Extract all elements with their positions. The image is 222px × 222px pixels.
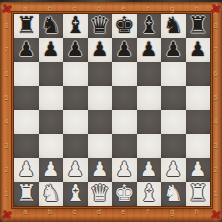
rank-label-8: 8 — [0, 13, 13, 37]
rank-label-1: 1 — [0, 181, 13, 205]
file-label-f: f — [136, 3, 161, 13]
file-labels-bottom: abcdefgh — [13, 206, 209, 218]
file-label-b: b — [38, 3, 63, 13]
square-f3[interactable] — [137, 134, 162, 158]
file-label-a: a — [13, 3, 38, 13]
rank-label-7: 7 — [0, 37, 13, 61]
piece-black-bishop[interactable]: ♝ — [65, 14, 86, 37]
square-a3[interactable] — [14, 134, 39, 158]
file-label-c: c — [62, 3, 87, 13]
square-h6[interactable] — [186, 62, 211, 86]
piece-black-pawn[interactable]: ♟ — [91, 39, 109, 59]
file-label-d: d — [87, 206, 112, 218]
square-b2[interactable]: ♟ — [39, 158, 64, 182]
square-e3[interactable] — [112, 134, 137, 158]
square-e7[interactable]: ♟ — [112, 38, 137, 62]
square-g3[interactable] — [161, 134, 186, 158]
rank-label-6: 6 — [209, 61, 222, 85]
rank-label-8: 8 — [209, 13, 222, 37]
piece-white-bishop[interactable]: ♝ — [138, 182, 159, 205]
square-d5[interactable] — [88, 86, 113, 110]
piece-white-pawn[interactable]: ♟ — [115, 159, 133, 179]
square-f6[interactable] — [137, 62, 162, 86]
file-label-h: h — [185, 3, 210, 13]
square-h7[interactable]: ♟ — [186, 38, 211, 62]
square-c5[interactable] — [63, 86, 88, 110]
square-g2[interactable]: ♟ — [161, 158, 186, 182]
file-label-g: g — [160, 3, 185, 13]
square-g1[interactable]: ♞ — [161, 182, 186, 206]
piece-black-rook[interactable]: ♜ — [16, 14, 37, 37]
piece-white-bishop[interactable]: ♝ — [65, 182, 86, 205]
square-h1[interactable]: ♜ — [186, 182, 211, 206]
square-b3[interactable] — [39, 134, 64, 158]
piece-white-rook[interactable]: ♜ — [187, 182, 208, 205]
square-g6[interactable] — [161, 62, 186, 86]
square-b8[interactable]: ♞ — [39, 14, 64, 38]
square-e6[interactable] — [112, 62, 137, 86]
file-label-e: e — [111, 206, 136, 218]
square-f7[interactable]: ♟ — [137, 38, 162, 62]
flower-ornament-icon — [3, 4, 7, 8]
square-g4[interactable] — [161, 110, 186, 134]
piece-white-knight[interactable]: ♞ — [40, 182, 61, 205]
square-h2[interactable]: ♟ — [186, 158, 211, 182]
file-label-h: h — [185, 206, 210, 218]
square-f2[interactable]: ♟ — [137, 158, 162, 182]
square-d1[interactable]: ♛ — [88, 182, 113, 206]
square-f8[interactable]: ♝ — [137, 14, 162, 38]
square-a7[interactable]: ♟ — [14, 38, 39, 62]
square-b7[interactable]: ♟ — [39, 38, 64, 62]
rank-label-6: 6 — [0, 61, 13, 85]
square-c4[interactable] — [63, 110, 88, 134]
square-b1[interactable]: ♞ — [39, 182, 64, 206]
rank-label-4: 4 — [0, 109, 13, 133]
piece-black-pawn[interactable]: ♟ — [164, 39, 182, 59]
piece-black-pawn[interactable]: ♟ — [17, 39, 35, 59]
piece-white-pawn[interactable]: ♟ — [140, 159, 158, 179]
square-f1[interactable]: ♝ — [137, 182, 162, 206]
file-label-f: f — [136, 206, 161, 218]
square-b6[interactable] — [39, 62, 64, 86]
square-a2[interactable]: ♟ — [14, 158, 39, 182]
flower-ornament-icon — [212, 210, 216, 214]
piece-white-pawn[interactable]: ♟ — [66, 159, 84, 179]
square-c3[interactable] — [63, 134, 88, 158]
rank-label-3: 3 — [0, 133, 13, 157]
rank-label-7: 7 — [209, 37, 222, 61]
square-d4[interactable] — [88, 110, 113, 134]
square-d7[interactable]: ♟ — [88, 38, 113, 62]
piece-black-pawn[interactable]: ♟ — [66, 39, 84, 59]
square-e1[interactable]: ♚ — [112, 182, 137, 206]
square-a1[interactable]: ♜ — [14, 182, 39, 206]
square-h3[interactable] — [186, 134, 211, 158]
piece-white-pawn[interactable]: ♟ — [164, 159, 182, 179]
piece-white-knight[interactable]: ♞ — [163, 182, 184, 205]
square-c8[interactable]: ♝ — [63, 14, 88, 38]
rank-label-2: 2 — [0, 157, 13, 181]
square-g8[interactable]: ♞ — [161, 14, 186, 38]
square-d6[interactable] — [88, 62, 113, 86]
rank-label-4: 4 — [209, 109, 222, 133]
square-c7[interactable]: ♟ — [63, 38, 88, 62]
square-h5[interactable] — [186, 86, 211, 110]
piece-white-queen[interactable]: ♛ — [89, 182, 110, 205]
piece-black-pawn[interactable]: ♟ — [189, 39, 207, 59]
square-e5[interactable] — [112, 86, 137, 110]
wooden-chessboard: abcdefgh abcdefgh 87654321 87654321 ♜♞♝♛… — [0, 0, 222, 222]
chess-board[interactable]: ♜♞♝♛♚♝♞♜♟♟♟♟♟♟♟♟♟♟♟♟♟♟♟♟♜♞♝♛♚♝♞♜ — [13, 13, 211, 207]
piece-white-pawn[interactable]: ♟ — [42, 159, 60, 179]
piece-black-pawn[interactable]: ♟ — [42, 39, 60, 59]
file-label-d: d — [87, 3, 112, 13]
rank-label-5: 5 — [0, 85, 13, 109]
square-e2[interactable]: ♟ — [112, 158, 137, 182]
flower-ornament-icon — [3, 210, 7, 214]
square-d3[interactable] — [88, 134, 113, 158]
file-label-b: b — [38, 206, 63, 218]
file-label-e: e — [111, 3, 136, 13]
piece-white-king[interactable]: ♚ — [114, 182, 135, 205]
flower-ornament-icon — [212, 4, 216, 8]
square-e4[interactable] — [112, 110, 137, 134]
rank-label-3: 3 — [209, 133, 222, 157]
square-f4[interactable] — [137, 110, 162, 134]
square-a5[interactable] — [14, 86, 39, 110]
rank-labels-left: 87654321 — [0, 13, 13, 205]
square-a4[interactable] — [14, 110, 39, 134]
piece-black-pawn[interactable]: ♟ — [115, 39, 133, 59]
piece-white-pawn[interactable]: ♟ — [189, 159, 207, 179]
piece-white-pawn[interactable]: ♟ — [17, 159, 35, 179]
piece-black-queen[interactable]: ♛ — [89, 14, 110, 37]
file-label-a: a — [13, 206, 38, 218]
piece-black-rook[interactable]: ♜ — [187, 14, 208, 37]
square-e8[interactable]: ♚ — [112, 14, 137, 38]
square-d2[interactable]: ♟ — [88, 158, 113, 182]
square-b4[interactable] — [39, 110, 64, 134]
rank-label-2: 2 — [209, 157, 222, 181]
square-h8[interactable]: ♜ — [186, 14, 211, 38]
square-g5[interactable] — [161, 86, 186, 110]
square-d8[interactable]: ♛ — [88, 14, 113, 38]
square-g7[interactable]: ♟ — [161, 38, 186, 62]
rank-label-1: 1 — [209, 181, 222, 205]
square-f5[interactable] — [137, 86, 162, 110]
square-c2[interactable]: ♟ — [63, 158, 88, 182]
piece-black-knight[interactable]: ♞ — [40, 14, 61, 37]
rank-label-5: 5 — [209, 85, 222, 109]
piece-black-pawn[interactable]: ♟ — [140, 39, 158, 59]
file-label-c: c — [62, 206, 87, 218]
square-c6[interactable] — [63, 62, 88, 86]
file-label-g: g — [160, 206, 185, 218]
square-h4[interactable] — [186, 110, 211, 134]
square-a8[interactable]: ♜ — [14, 14, 39, 38]
square-a6[interactable] — [14, 62, 39, 86]
square-b5[interactable] — [39, 86, 64, 110]
piece-white-pawn[interactable]: ♟ — [91, 159, 109, 179]
piece-black-knight[interactable]: ♞ — [163, 14, 184, 37]
file-labels-top: abcdefgh — [13, 3, 209, 13]
square-c1[interactable]: ♝ — [63, 182, 88, 206]
rank-labels-right: 87654321 — [209, 13, 222, 205]
piece-black-king[interactable]: ♚ — [114, 14, 135, 37]
piece-black-bishop[interactable]: ♝ — [138, 14, 159, 37]
piece-white-rook[interactable]: ♜ — [16, 182, 37, 205]
